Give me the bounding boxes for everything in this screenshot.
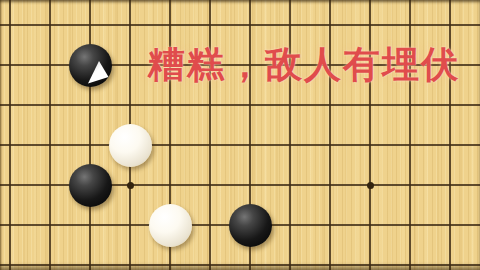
grid-line-vertical	[289, 0, 291, 270]
grid-line-vertical	[209, 0, 211, 270]
star-point	[127, 182, 134, 189]
grid-line-horizontal	[0, 104, 480, 106]
stone-white-K5	[109, 124, 152, 167]
go-board	[0, 0, 480, 270]
stone-black-J4	[69, 164, 112, 207]
grid-line-vertical	[49, 0, 51, 270]
grid-line-horizontal	[0, 24, 480, 26]
grid-line-vertical	[89, 0, 91, 270]
grid-line-vertical	[329, 0, 331, 270]
go-board-video-frame[interactable]: 糟糕，敌人有埋伏	[0, 0, 480, 270]
caption-text: 糟糕，敌人有埋伏	[148, 46, 460, 83]
grid-line-vertical	[369, 0, 371, 270]
grid-line-vertical	[409, 0, 411, 270]
grid-line-horizontal	[0, 264, 480, 266]
grid-line-horizontal	[0, 144, 480, 146]
star-point	[367, 182, 374, 189]
last-move-triangle-marker	[69, 44, 112, 87]
stone-white-L3	[149, 204, 192, 247]
grid-line-vertical	[9, 0, 11, 270]
stone-black-J7	[69, 44, 112, 87]
stone-black-N3	[229, 204, 272, 247]
grid-line-vertical	[449, 0, 451, 270]
